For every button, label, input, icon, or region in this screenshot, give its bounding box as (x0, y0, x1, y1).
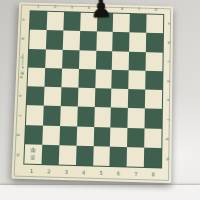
square[interactable] (110, 127, 127, 147)
square[interactable] (30, 11, 47, 30)
square[interactable] (110, 146, 128, 166)
coordinate-label: 7 (127, 172, 144, 178)
square[interactable] (46, 30, 63, 49)
square[interactable] (58, 145, 76, 165)
square[interactable] (60, 106, 78, 126)
square[interactable] (44, 68, 61, 87)
square[interactable] (61, 68, 78, 87)
square[interactable] (76, 145, 94, 165)
coordinate-label: 8 (147, 8, 164, 12)
brand-logo: ♔♕ (30, 147, 37, 160)
square[interactable] (145, 90, 162, 110)
illegible-brand-lettering (22, 55, 24, 69)
square[interactable] (93, 146, 111, 166)
square[interactable] (95, 69, 112, 88)
square[interactable] (144, 147, 161, 167)
square[interactable] (145, 71, 162, 90)
square[interactable] (45, 49, 62, 68)
black-pawn-piece[interactable]: ♟ (90, 0, 113, 21)
square[interactable] (146, 52, 163, 71)
coordinate-label: 2 (47, 5, 64, 9)
square[interactable] (94, 107, 111, 127)
square[interactable] (28, 48, 45, 67)
coordinate-label: 1 (30, 5, 47, 9)
board-grid: ♔♕ (24, 11, 163, 167)
square[interactable] (130, 14, 147, 33)
square[interactable] (144, 128, 161, 148)
square[interactable] (59, 126, 77, 146)
square[interactable] (25, 125, 43, 145)
coordinate-label: 6 (114, 7, 131, 11)
brand-logo-glyph: ♕ (30, 154, 37, 161)
square[interactable] (111, 108, 128, 128)
coordinate-label: 7 (131, 7, 148, 11)
square[interactable] (113, 32, 130, 51)
square[interactable] (77, 107, 94, 127)
square[interactable] (145, 109, 162, 129)
square[interactable] (76, 126, 94, 146)
cloth-fold (0, 185, 200, 200)
square[interactable] (77, 88, 94, 108)
square[interactable] (62, 31, 79, 50)
square[interactable] (111, 89, 128, 109)
coordinate-label: 3 (63, 5, 80, 9)
registered-trademark-icon: ® (20, 70, 25, 75)
coordinate-label: 8 (145, 172, 162, 178)
square[interactable] (79, 31, 96, 50)
coordinate-label: 1 (23, 169, 41, 175)
square[interactable] (113, 14, 130, 33)
square[interactable] (129, 51, 146, 70)
square[interactable] (129, 33, 146, 52)
square[interactable] (41, 145, 59, 165)
playing-area: ♔♕ (23, 10, 164, 168)
square[interactable] (29, 30, 46, 49)
square[interactable] (28, 67, 46, 86)
square[interactable] (128, 108, 145, 128)
square[interactable] (94, 88, 111, 108)
square[interactable] (146, 33, 163, 52)
square[interactable]: ♔♕ (24, 144, 42, 164)
square[interactable] (62, 49, 79, 68)
coordinate-label: 5 (92, 171, 110, 177)
square[interactable] (61, 87, 78, 107)
rank-labels-bottom: 12345678 (23, 169, 162, 178)
coordinate-label: 4 (75, 170, 93, 176)
file-labels-right: abcdefgh (163, 14, 173, 169)
square[interactable] (127, 147, 144, 167)
square[interactable] (43, 106, 61, 126)
square[interactable] (27, 86, 45, 106)
square[interactable] (112, 51, 129, 70)
square[interactable] (42, 125, 60, 145)
chessboard-mat: 12345678 12345678 abcdefgh abcdefgh ® ♔♕ (12, 2, 174, 183)
square[interactable] (146, 14, 163, 33)
coordinate-label: 3 (58, 170, 76, 176)
square[interactable] (78, 69, 95, 88)
square[interactable] (95, 50, 112, 69)
square[interactable] (127, 127, 144, 147)
square[interactable] (79, 50, 96, 69)
square[interactable] (112, 70, 129, 89)
square[interactable] (96, 32, 113, 51)
square[interactable] (128, 70, 145, 89)
square[interactable] (44, 87, 62, 107)
square[interactable] (128, 89, 145, 109)
square[interactable] (26, 105, 44, 125)
coordinate-label: 2 (40, 169, 58, 175)
square[interactable] (93, 127, 111, 147)
coordinate-label: 6 (110, 171, 127, 177)
square[interactable] (47, 12, 64, 31)
square[interactable] (63, 12, 80, 31)
photo-background: 12345678 12345678 abcdefgh abcdefgh ® ♔♕… (0, 0, 200, 200)
